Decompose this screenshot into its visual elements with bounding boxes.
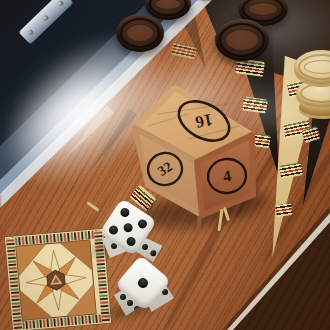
hinge-screw [57, 0, 64, 7]
die-pip [136, 218, 148, 230]
checker-ring [300, 83, 330, 103]
checker-ring [225, 29, 259, 51]
checker-dark[interactable] [215, 19, 269, 61]
die-pip [127, 300, 133, 306]
point-stripe-band [275, 203, 293, 217]
die-pip [122, 221, 134, 233]
hinge-screw [42, 14, 49, 21]
die-2[interactable] [112, 258, 176, 322]
backgammon-scene: 16 32 4 [0, 0, 330, 330]
checker-dark[interactable] [116, 14, 164, 52]
die-1[interactable] [100, 202, 164, 264]
corner-inlay-star-panel [4, 228, 112, 330]
die-pip [136, 276, 150, 290]
die-pip [119, 206, 131, 218]
die-pip [150, 250, 157, 257]
die-pip [142, 244, 149, 251]
die-pip [134, 306, 140, 312]
die-pip [125, 235, 137, 247]
hinge-screw [27, 29, 34, 36]
checker-ring [126, 24, 154, 42]
die-pip [107, 224, 119, 236]
checker-ring [248, 2, 278, 16]
